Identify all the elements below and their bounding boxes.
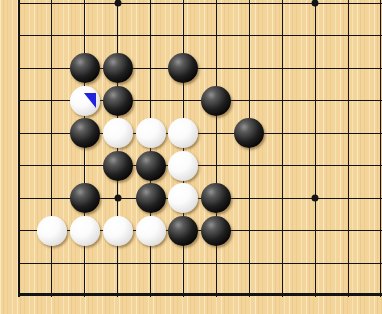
- intersection-E7[interactable]: [134, 84, 167, 117]
- intersection-D10[interactable]: [101, 0, 134, 19]
- black-stone-G3: [201, 216, 231, 246]
- intersection-E8[interactable]: [134, 52, 167, 85]
- intersection-E5[interactable]: [134, 149, 167, 182]
- intersection-F1[interactable]: [167, 280, 200, 313]
- intersection-C4[interactable]: [68, 182, 101, 215]
- intersection-B2[interactable]: [35, 247, 68, 280]
- intersection-G9[interactable]: [200, 19, 233, 52]
- intersection-H9[interactable]: [233, 19, 266, 52]
- intersection-M6[interactable]: [364, 117, 382, 150]
- intersection-E10[interactable]: [134, 0, 167, 19]
- black-stone-H6: [234, 118, 264, 148]
- intersection-M2[interactable]: [364, 247, 382, 280]
- intersection-H8[interactable]: [233, 52, 266, 85]
- intersection-B3[interactable]: [35, 215, 68, 248]
- black-stone-D7: [103, 86, 133, 116]
- go-board: [0, 0, 382, 314]
- intersection-L7[interactable]: [331, 84, 364, 117]
- intersection-G1[interactable]: [200, 280, 233, 313]
- intersection-H10[interactable]: [233, 0, 266, 19]
- intersection-A2[interactable]: [3, 247, 36, 280]
- intersection-J2[interactable]: [266, 247, 299, 280]
- intersection-M4[interactable]: [364, 182, 382, 215]
- intersection-B1[interactable]: [35, 280, 68, 313]
- intersection-D9[interactable]: [101, 19, 134, 52]
- white-stone-F6: [168, 118, 198, 148]
- intersection-E2[interactable]: [134, 247, 167, 280]
- intersection-F3[interactable]: [167, 215, 200, 248]
- intersection-B10[interactable]: [35, 0, 68, 19]
- intersection-B8[interactable]: [35, 52, 68, 85]
- intersection-J3[interactable]: [266, 215, 299, 248]
- black-stone-G7: [201, 86, 231, 116]
- white-stone-F5: [168, 151, 198, 181]
- intersection-C10[interactable]: [68, 0, 101, 19]
- intersection-J6[interactable]: [266, 117, 299, 150]
- intersection-D6[interactable]: [101, 117, 134, 150]
- intersection-K1[interactable]: [299, 280, 332, 313]
- intersection-H6[interactable]: [233, 117, 266, 150]
- intersection-L3[interactable]: [331, 215, 364, 248]
- white-stone-E3: [136, 216, 166, 246]
- intersection-G10[interactable]: [200, 0, 233, 19]
- intersection-J9[interactable]: [266, 19, 299, 52]
- intersection-G8[interactable]: [200, 52, 233, 85]
- intersection-A7[interactable]: [3, 84, 36, 117]
- intersection-H1[interactable]: [233, 280, 266, 313]
- black-stone-G4: [201, 183, 231, 213]
- intersection-E6[interactable]: [134, 117, 167, 150]
- board-intersections: [3, 0, 382, 312]
- intersection-K7[interactable]: [299, 84, 332, 117]
- intersection-H7[interactable]: [233, 84, 266, 117]
- intersection-D5[interactable]: [101, 149, 134, 182]
- white-stone-D6: [103, 118, 133, 148]
- intersection-L4[interactable]: [331, 182, 364, 215]
- intersection-K8[interactable]: [299, 52, 332, 85]
- intersection-J8[interactable]: [266, 52, 299, 85]
- intersection-G6[interactable]: [200, 117, 233, 150]
- black-stone-F3: [168, 216, 198, 246]
- intersection-K6[interactable]: [299, 117, 332, 150]
- intersection-G3[interactable]: [200, 215, 233, 248]
- intersection-D3[interactable]: [101, 215, 134, 248]
- last-move-triangle-marker: [84, 93, 97, 109]
- intersection-H3[interactable]: [233, 215, 266, 248]
- intersection-G5[interactable]: [200, 149, 233, 182]
- intersection-L10[interactable]: [331, 0, 364, 19]
- intersection-K4[interactable]: [299, 182, 332, 215]
- intersection-G2[interactable]: [200, 247, 233, 280]
- intersection-F8[interactable]: [167, 52, 200, 85]
- intersection-E9[interactable]: [134, 19, 167, 52]
- intersection-K3[interactable]: [299, 215, 332, 248]
- intersection-C7[interactable]: [68, 84, 101, 117]
- white-stone-F4: [168, 183, 198, 213]
- intersection-K9[interactable]: [299, 19, 332, 52]
- intersection-F7[interactable]: [167, 84, 200, 117]
- intersection-J5[interactable]: [266, 149, 299, 182]
- intersection-K2[interactable]: [299, 247, 332, 280]
- intersection-J1[interactable]: [266, 280, 299, 313]
- intersection-F9[interactable]: [167, 19, 200, 52]
- intersection-G7[interactable]: [200, 84, 233, 117]
- white-stone-C3: [70, 216, 100, 246]
- intersection-G4[interactable]: [200, 182, 233, 215]
- intersection-E4[interactable]: [134, 182, 167, 215]
- intersection-C8[interactable]: [68, 52, 101, 85]
- intersection-C6[interactable]: [68, 117, 101, 150]
- intersection-L6[interactable]: [331, 117, 364, 150]
- intersection-J7[interactable]: [266, 84, 299, 117]
- intersection-D4[interactable]: [101, 182, 134, 215]
- black-stone-E4: [136, 183, 166, 213]
- black-stone-C8: [70, 53, 100, 83]
- intersection-H5[interactable]: [233, 149, 266, 182]
- intersection-J4[interactable]: [266, 182, 299, 215]
- intersection-D7[interactable]: [101, 84, 134, 117]
- intersection-A9[interactable]: [3, 19, 36, 52]
- intersection-L1[interactable]: [331, 280, 364, 313]
- intersection-F10[interactable]: [167, 0, 200, 19]
- intersection-M3[interactable]: [364, 215, 382, 248]
- intersection-F6[interactable]: [167, 117, 200, 150]
- intersection-L8[interactable]: [331, 52, 364, 85]
- intersection-K10[interactable]: [299, 0, 332, 19]
- white-stone-E6: [136, 118, 166, 148]
- intersection-C9[interactable]: [68, 19, 101, 52]
- intersection-L5[interactable]: [331, 149, 364, 182]
- intersection-A1[interactable]: [3, 280, 36, 313]
- white-stone-C7: [70, 86, 100, 116]
- intersection-C3[interactable]: [68, 215, 101, 248]
- intersection-M9[interactable]: [364, 19, 382, 52]
- intersection-F2[interactable]: [167, 247, 200, 280]
- intersection-M8[interactable]: [364, 52, 382, 85]
- intersection-A6[interactable]: [3, 117, 36, 150]
- intersection-C2[interactable]: [68, 247, 101, 280]
- intersection-L2[interactable]: [331, 247, 364, 280]
- black-stone-E5: [136, 151, 166, 181]
- intersection-M10[interactable]: [364, 0, 382, 19]
- white-stone-B3: [37, 216, 67, 246]
- intersection-B6[interactable]: [35, 117, 68, 150]
- intersection-E3[interactable]: [134, 215, 167, 248]
- intersection-C1[interactable]: [68, 280, 101, 313]
- intersection-L9[interactable]: [331, 19, 364, 52]
- intersection-C5[interactable]: [68, 149, 101, 182]
- black-stone-F8: [168, 53, 198, 83]
- intersection-H2[interactable]: [233, 247, 266, 280]
- intersection-J10[interactable]: [266, 0, 299, 19]
- black-stone-D8: [103, 53, 133, 83]
- black-stone-C6: [70, 118, 100, 148]
- black-stone-C4: [70, 183, 100, 213]
- intersection-E1[interactable]: [134, 280, 167, 313]
- intersection-A5[interactable]: [3, 149, 36, 182]
- intersection-D2[interactable]: [101, 247, 134, 280]
- intersection-B5[interactable]: [35, 149, 68, 182]
- intersection-M7[interactable]: [364, 84, 382, 117]
- intersection-B9[interactable]: [35, 19, 68, 52]
- intersection-D8[interactable]: [101, 52, 134, 85]
- intersection-A4[interactable]: [3, 182, 36, 215]
- intersection-B4[interactable]: [35, 182, 68, 215]
- intersection-H4[interactable]: [233, 182, 266, 215]
- black-stone-D5: [103, 151, 133, 181]
- intersection-M5[interactable]: [364, 149, 382, 182]
- intersection-B7[interactable]: [35, 84, 68, 117]
- intersection-A3[interactable]: [3, 215, 36, 248]
- white-stone-D3: [103, 216, 133, 246]
- intersection-F4[interactable]: [167, 182, 200, 215]
- intersection-D1[interactable]: [101, 280, 134, 313]
- intersection-M1[interactable]: [364, 280, 382, 313]
- intersection-F5[interactable]: [167, 149, 200, 182]
- intersection-A10[interactable]: [3, 0, 36, 19]
- intersection-K5[interactable]: [299, 149, 332, 182]
- intersection-A8[interactable]: [3, 52, 36, 85]
